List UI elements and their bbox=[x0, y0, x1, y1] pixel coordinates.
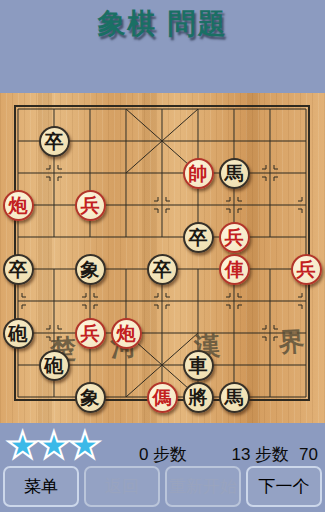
target-steps-value: 13 步数 bbox=[231, 445, 289, 464]
piece-black[interactable]: 砲 bbox=[39, 350, 70, 381]
target-steps-label: 13 步数70 bbox=[231, 443, 318, 466]
score-value: 70 bbox=[299, 445, 318, 464]
app-screen: 象棋 問題 楚 河 漢 界 卒帥馬炮兵卒兵卒象卒俥兵砲兵炮砲車象傌將馬 ★ ★ … bbox=[0, 0, 325, 512]
current-steps-label: 0 步数 bbox=[108, 443, 218, 466]
piece-black[interactable]: 卒 bbox=[3, 254, 34, 285]
piece-red[interactable]: 炮 bbox=[111, 318, 142, 349]
piece-black[interactable]: 砲 bbox=[3, 318, 34, 349]
page-title: 象棋 問題 bbox=[0, 5, 325, 43]
bottom-toolbar: 菜单 返回 重新开始 下一个 bbox=[0, 466, 325, 507]
star-icon: ★ bbox=[37, 426, 70, 466]
restart-button[interactable]: 重新开始 bbox=[165, 466, 241, 507]
piece-red[interactable]: 俥 bbox=[219, 254, 250, 285]
piece-red[interactable]: 炮 bbox=[3, 190, 34, 221]
piece-black[interactable]: 馬 bbox=[219, 382, 250, 413]
piece-black[interactable]: 象 bbox=[75, 382, 106, 413]
piece-red[interactable]: 傌 bbox=[147, 382, 178, 413]
piece-black[interactable]: 卒 bbox=[39, 126, 70, 157]
star-icon: ★ bbox=[68, 426, 101, 466]
piece-red[interactable]: 兵 bbox=[291, 254, 322, 285]
piece-red[interactable]: 兵 bbox=[219, 222, 250, 253]
river-label-right: 漢 界 bbox=[193, 322, 325, 364]
piece-red[interactable]: 兵 bbox=[75, 318, 106, 349]
back-button[interactable]: 返回 bbox=[84, 466, 160, 507]
piece-black[interactable]: 馬 bbox=[219, 158, 250, 189]
piece-black[interactable]: 卒 bbox=[183, 222, 214, 253]
star-icon: ★ bbox=[6, 426, 39, 466]
xiangqi-board[interactable]: 楚 河 漢 界 卒帥馬炮兵卒兵卒象卒俥兵砲兵炮砲車象傌將馬 bbox=[0, 93, 325, 423]
piece-black[interactable]: 將 bbox=[183, 382, 214, 413]
piece-black[interactable]: 卒 bbox=[147, 254, 178, 285]
star-rating: ★ ★ ★ bbox=[6, 426, 100, 466]
menu-button[interactable]: 菜单 bbox=[3, 466, 79, 507]
piece-red[interactable]: 兵 bbox=[75, 190, 106, 221]
piece-black[interactable]: 象 bbox=[75, 254, 106, 285]
piece-black[interactable]: 車 bbox=[183, 350, 214, 381]
next-button[interactable]: 下一个 bbox=[246, 466, 322, 507]
piece-red[interactable]: 帥 bbox=[183, 158, 214, 189]
